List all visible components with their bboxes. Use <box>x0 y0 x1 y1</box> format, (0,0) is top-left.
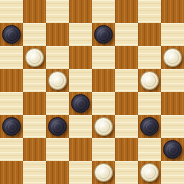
square-g7[interactable] <box>138 23 161 46</box>
square-e5[interactable] <box>92 69 115 92</box>
square-a2 <box>0 138 23 161</box>
square-b1 <box>23 161 46 184</box>
square-b2[interactable] <box>23 138 46 161</box>
square-g4 <box>138 92 161 115</box>
square-f8[interactable] <box>115 0 138 23</box>
square-d7 <box>69 23 92 46</box>
square-a8 <box>0 0 23 23</box>
square-d6[interactable] <box>69 46 92 69</box>
square-f1 <box>115 161 138 184</box>
square-f2[interactable] <box>115 138 138 161</box>
square-c5[interactable] <box>46 69 69 92</box>
square-g6 <box>138 46 161 69</box>
square-d5 <box>69 69 92 92</box>
square-g3[interactable] <box>138 115 161 138</box>
square-g5[interactable] <box>138 69 161 92</box>
square-d1 <box>69 161 92 184</box>
square-c1[interactable] <box>46 161 69 184</box>
square-e8 <box>92 0 115 23</box>
square-c3[interactable] <box>46 115 69 138</box>
square-a6 <box>0 46 23 69</box>
square-g1[interactable] <box>138 161 161 184</box>
square-f6[interactable] <box>115 46 138 69</box>
square-b3 <box>23 115 46 138</box>
square-b5 <box>23 69 46 92</box>
square-e1[interactable] <box>92 161 115 184</box>
white-checker-piece[interactable] <box>140 71 159 90</box>
white-checker-piece[interactable] <box>163 48 182 67</box>
square-f3 <box>115 115 138 138</box>
square-c7[interactable] <box>46 23 69 46</box>
square-f4[interactable] <box>115 92 138 115</box>
square-c6 <box>46 46 69 69</box>
black-checker-piece[interactable] <box>71 94 90 113</box>
square-a4 <box>0 92 23 115</box>
square-a5[interactable] <box>0 69 23 92</box>
white-checker-piece[interactable] <box>25 48 44 67</box>
square-d3 <box>69 115 92 138</box>
square-d4[interactable] <box>69 92 92 115</box>
white-checker-piece[interactable] <box>94 117 113 136</box>
square-h6[interactable] <box>161 46 184 69</box>
square-e2 <box>92 138 115 161</box>
black-checker-piece[interactable] <box>2 25 21 44</box>
square-b6[interactable] <box>23 46 46 69</box>
square-h4[interactable] <box>161 92 184 115</box>
black-checker-piece[interactable] <box>94 25 113 44</box>
square-c4 <box>46 92 69 115</box>
square-h1 <box>161 161 184 184</box>
square-h2[interactable] <box>161 138 184 161</box>
square-f7 <box>115 23 138 46</box>
square-e6 <box>92 46 115 69</box>
square-d2[interactable] <box>69 138 92 161</box>
black-checker-piece[interactable] <box>2 117 21 136</box>
square-a3[interactable] <box>0 115 23 138</box>
white-checker-piece[interactable] <box>94 163 113 182</box>
black-checker-piece[interactable] <box>48 117 67 136</box>
black-checker-piece[interactable] <box>140 117 159 136</box>
square-e4 <box>92 92 115 115</box>
white-checker-piece[interactable] <box>48 71 67 90</box>
black-checker-piece[interactable] <box>163 140 182 159</box>
square-a7[interactable] <box>0 23 23 46</box>
square-b8[interactable] <box>23 0 46 23</box>
square-a1[interactable] <box>0 161 23 184</box>
square-e7[interactable] <box>92 23 115 46</box>
square-g8 <box>138 0 161 23</box>
square-d8[interactable] <box>69 0 92 23</box>
square-e3[interactable] <box>92 115 115 138</box>
square-b7 <box>23 23 46 46</box>
square-h8[interactable] <box>161 0 184 23</box>
square-h3 <box>161 115 184 138</box>
white-checker-piece[interactable] <box>140 163 159 182</box>
square-c8 <box>46 0 69 23</box>
square-g2 <box>138 138 161 161</box>
square-h5 <box>161 69 184 92</box>
square-b4[interactable] <box>23 92 46 115</box>
square-h7 <box>161 23 184 46</box>
checkers-board <box>0 0 184 184</box>
square-c2 <box>46 138 69 161</box>
square-f5 <box>115 69 138 92</box>
